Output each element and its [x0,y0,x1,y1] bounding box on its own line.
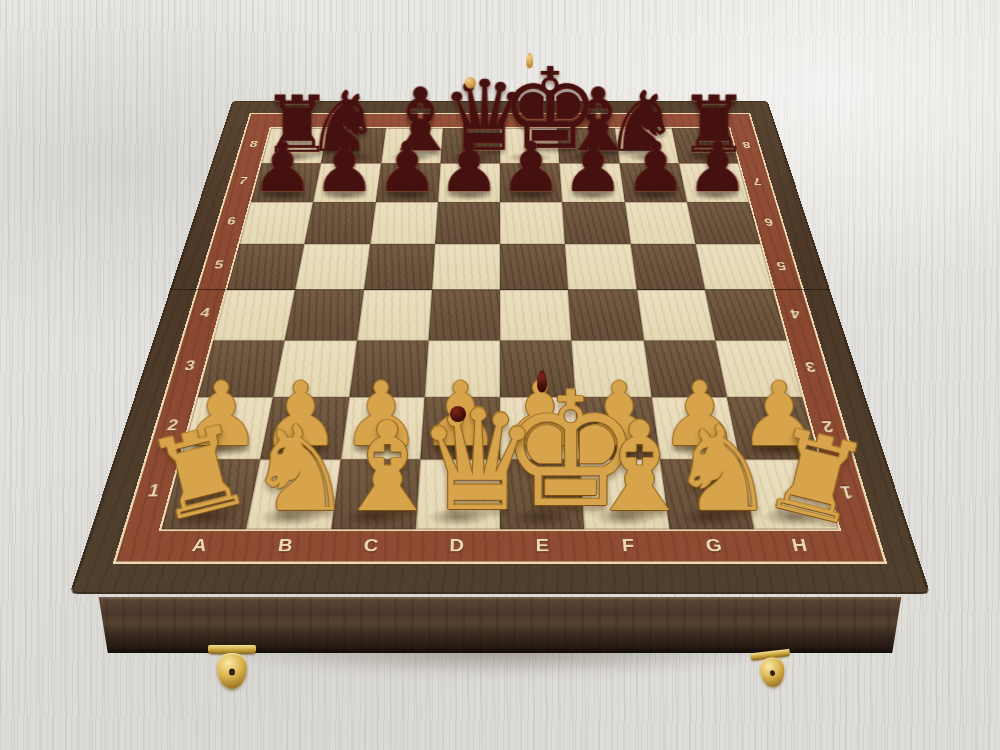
file-label-a: A [184,536,216,556]
black-pawn[interactable]: ♟ [562,135,624,201]
pawn-glyph: ♟ [562,135,624,201]
file-label-d: D [443,536,471,556]
white-queen[interactable]: ♛ [416,394,500,525]
square-g1[interactable]: ♞ [660,459,754,529]
bishop-glyph: ♝ [584,409,668,526]
square-h7[interactable]: ♟ [679,164,749,202]
square-a4[interactable] [213,290,295,341]
rank-label-right-4: 4 [782,307,808,320]
square-d7[interactable]: ♟ [438,164,500,202]
square-c6[interactable] [370,202,438,244]
square-d5[interactable] [432,244,500,290]
square-f1[interactable]: ♝ [580,459,669,529]
square-g5[interactable] [630,244,705,290]
latch-hole [229,668,235,675]
square-h4[interactable] [705,290,787,341]
latch-hole [770,670,776,676]
square-g6[interactable] [624,202,695,244]
walnut-frame: ♜♞♝♛♚♝♞♜♟♟♟♟♟♟♟♟♟♟♟♟♟♟♟♟♜♞♝♛♚♝♞♜ ABCDEFG… [70,101,931,595]
rank-label-left-6: 6 [220,216,244,227]
black-pawn[interactable]: ♟ [438,135,500,201]
square-c5[interactable] [364,244,435,290]
pawn-glyph: ♟ [314,135,376,201]
board-grid: ♜♞♝♛♚♝♞♜♟♟♟♟♟♟♟♟♟♟♟♟♟♟♟♟♜♞♝♛♚♝♞♜ [159,127,842,531]
latch-pendant [217,653,247,689]
fold-seam [170,289,831,290]
black-pawn[interactable]: ♟ [686,135,748,201]
black-pawn[interactable]: ♟ [500,135,562,201]
square-a1[interactable]: ♜ [162,459,261,529]
white-rook[interactable]: ♜ [138,413,245,536]
brass-latch-icon [750,649,793,690]
file-label-c: C [356,536,386,556]
square-d6[interactable] [435,202,500,244]
square-f7[interactable]: ♟ [560,164,625,202]
square-d1[interactable]: ♛ [415,459,500,529]
latch-pendant [758,656,786,688]
square-b7[interactable]: ♟ [313,164,380,202]
square-h5[interactable] [695,244,773,290]
black-pawn[interactable]: ♟ [624,135,686,201]
square-e5[interactable] [500,244,568,290]
pawn-glyph: ♟ [252,135,314,201]
rook-glyph: ♜ [138,413,245,536]
rank-label-left-5: 5 [207,259,232,271]
square-g7[interactable]: ♟ [619,164,686,202]
black-pawn[interactable]: ♟ [314,135,376,201]
black-queen-finial [465,77,476,88]
knight-glyph: ♞ [669,413,753,526]
square-f4[interactable] [568,290,643,341]
rank-label-right-5: 5 [768,259,793,271]
rank-label-left-4: 4 [192,307,218,320]
square-h6[interactable] [687,202,761,244]
square-b4[interactable] [285,290,364,341]
file-label-f: F [614,536,644,556]
pawn-glyph: ♟ [624,135,686,201]
pawn-glyph: ♟ [438,135,500,201]
file-label-h: H [784,536,816,556]
pawn-glyph: ♟ [500,135,562,201]
black-king-finial [526,52,533,68]
square-b6[interactable] [305,202,376,244]
rank-label-right-7: 7 [745,176,768,186]
square-f6[interactable] [562,202,630,244]
brass-latch-icon [208,645,256,689]
square-f5[interactable] [565,244,636,290]
file-label-b: B [270,536,301,556]
square-a5[interactable] [227,244,305,290]
black-pawn[interactable]: ♟ [252,135,314,201]
pawn-glyph: ♟ [686,135,748,201]
chess-board: ♜♞♝♛♚♝♞♜♟♟♟♟♟♟♟♟♟♟♟♟♟♟♟♟♜♞♝♛♚♝♞♜ ABCDEFG… [70,101,931,595]
square-a7[interactable]: ♟ [251,164,321,202]
rank-label-right-6: 6 [756,216,780,227]
white-knight[interactable]: ♞ [669,413,753,526]
black-pawn[interactable]: ♟ [376,135,438,201]
square-e6[interactable] [500,202,565,244]
square-c7[interactable]: ♟ [376,164,441,202]
coordinate-border: ♜♞♝♛♚♝♞♜♟♟♟♟♟♟♟♟♟♟♟♟♟♟♟♟♜♞♝♛♚♝♞♜ ABCDEFG… [113,113,887,564]
white-bishop[interactable]: ♝ [584,409,668,526]
file-label-e: E [529,536,557,556]
pawn-glyph: ♟ [376,135,438,201]
square-a6[interactable] [240,202,314,244]
white-queen-finial [450,406,466,422]
square-c4[interactable] [357,290,432,341]
square-e4[interactable] [500,290,572,341]
square-d4[interactable] [428,290,500,341]
square-e7[interactable]: ♟ [500,164,562,202]
square-g4[interactable] [637,290,716,341]
square-b5[interactable] [295,244,370,290]
file-label-g: G [699,536,730,556]
